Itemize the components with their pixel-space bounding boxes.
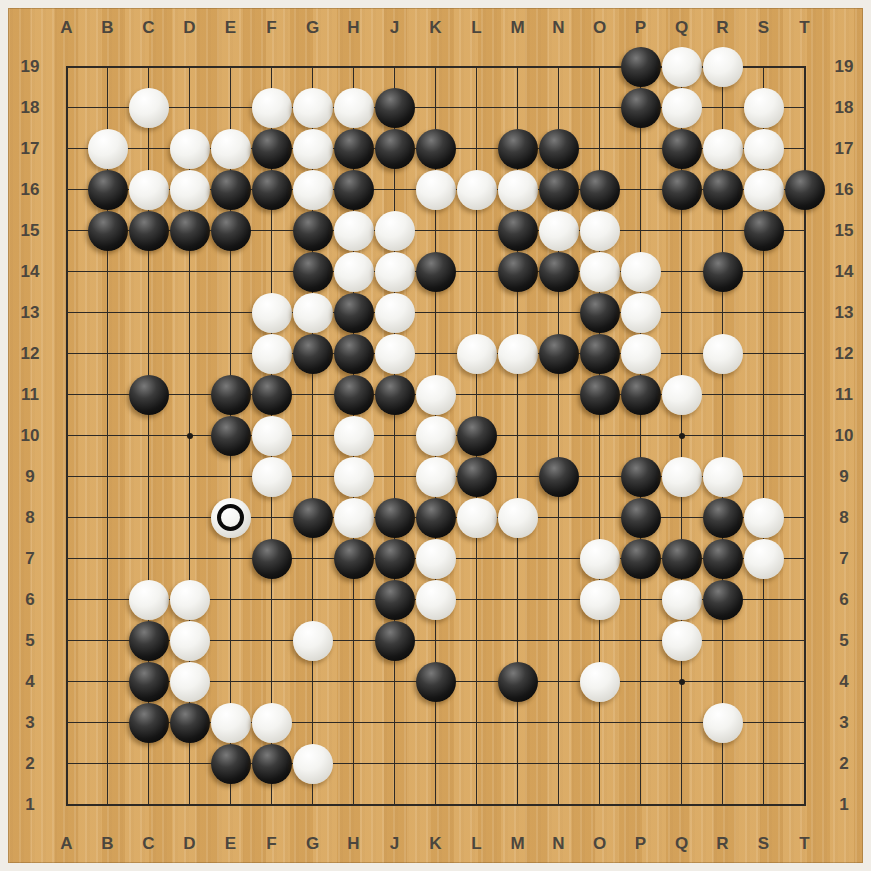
stone-black[interactable] <box>334 293 374 333</box>
stone-white[interactable] <box>293 744 333 784</box>
stone-black[interactable] <box>785 170 825 210</box>
stone-black[interactable] <box>375 621 415 661</box>
stone-white[interactable] <box>662 621 702 661</box>
stone-white[interactable] <box>580 252 620 292</box>
stone-white[interactable] <box>211 129 251 169</box>
stone-black[interactable] <box>334 334 374 374</box>
stone-white[interactable] <box>662 47 702 87</box>
stone-black[interactable] <box>88 211 128 251</box>
row-label-left: 16 <box>21 180 40 200</box>
stone-black[interactable] <box>293 211 333 251</box>
stone-black[interactable] <box>621 375 661 415</box>
stone-black[interactable] <box>252 170 292 210</box>
row-label-left: 3 <box>25 713 34 733</box>
column-label-bottom: K <box>429 834 441 854</box>
stone-black[interactable] <box>539 457 579 497</box>
column-label-top: C <box>142 18 154 38</box>
stone-white[interactable] <box>662 580 702 620</box>
stone-white[interactable] <box>662 457 702 497</box>
row-label-left: 17 <box>21 139 40 159</box>
stone-black[interactable] <box>539 129 579 169</box>
stone-white[interactable] <box>170 621 210 661</box>
stone-white[interactable] <box>375 334 415 374</box>
column-label-top: A <box>60 18 72 38</box>
row-label-right: 18 <box>835 98 854 118</box>
column-label-top: K <box>429 18 441 38</box>
row-label-left: 11 <box>21 385 39 405</box>
stone-white[interactable] <box>580 662 620 702</box>
row-label-right: 15 <box>835 221 854 241</box>
stone-black[interactable] <box>252 744 292 784</box>
stone-black[interactable] <box>703 252 743 292</box>
stone-white[interactable] <box>498 170 538 210</box>
column-label-bottom: Q <box>675 834 688 854</box>
stone-white[interactable] <box>498 334 538 374</box>
stone-black[interactable] <box>621 88 661 128</box>
row-label-left: 1 <box>25 795 34 815</box>
stone-white[interactable] <box>375 211 415 251</box>
stone-white[interactable] <box>580 580 620 620</box>
go-board-page: AABBCCDDEEFFGGHHJJKKLLMMNNOOPPQQRRSSTT19… <box>0 0 871 871</box>
stone-white[interactable] <box>293 88 333 128</box>
stone-white[interactable] <box>744 170 784 210</box>
last-move-marker <box>217 504 244 531</box>
stone-black[interactable] <box>416 662 456 702</box>
stone-black[interactable] <box>703 539 743 579</box>
stone-white[interactable] <box>703 129 743 169</box>
stone-white[interactable] <box>170 129 210 169</box>
star-point <box>679 679 685 685</box>
stone-black[interactable] <box>621 47 661 87</box>
column-label-top: E <box>225 18 236 38</box>
column-label-bottom: C <box>142 834 154 854</box>
stone-black[interactable] <box>129 621 169 661</box>
stone-black[interactable] <box>703 170 743 210</box>
stone-white[interactable] <box>293 170 333 210</box>
row-label-left: 12 <box>21 344 40 364</box>
column-label-bottom: J <box>390 834 399 854</box>
stone-black[interactable] <box>334 539 374 579</box>
stone-black[interactable] <box>211 170 251 210</box>
column-label-bottom: N <box>552 834 564 854</box>
stone-white[interactable] <box>457 334 497 374</box>
stone-black[interactable] <box>375 88 415 128</box>
stone-white[interactable] <box>334 498 374 538</box>
stone-white[interactable] <box>334 88 374 128</box>
stone-white[interactable] <box>621 252 661 292</box>
stone-white[interactable] <box>129 88 169 128</box>
row-label-right: 4 <box>839 672 848 692</box>
grid-line-vertical <box>640 66 641 806</box>
stone-black[interactable] <box>211 744 251 784</box>
stone-white[interactable] <box>416 416 456 456</box>
column-label-top: H <box>347 18 359 38</box>
stone-white[interactable] <box>334 457 374 497</box>
stone-white[interactable] <box>662 375 702 415</box>
stone-black[interactable] <box>211 375 251 415</box>
stone-white[interactable] <box>211 703 251 743</box>
column-label-bottom: A <box>60 834 72 854</box>
stone-white[interactable] <box>252 293 292 333</box>
stone-black[interactable] <box>129 662 169 702</box>
column-label-bottom: M <box>510 834 524 854</box>
row-label-right: 6 <box>839 590 848 610</box>
stone-black[interactable] <box>375 375 415 415</box>
stone-white[interactable] <box>334 211 374 251</box>
stone-black[interactable] <box>88 170 128 210</box>
stone-black[interactable] <box>252 539 292 579</box>
stone-black[interactable] <box>498 662 538 702</box>
stone-white[interactable] <box>375 293 415 333</box>
stone-white[interactable] <box>662 88 702 128</box>
stone-white[interactable] <box>170 580 210 620</box>
stone-white[interactable] <box>744 539 784 579</box>
stone-black[interactable] <box>580 170 620 210</box>
stone-black[interactable] <box>621 457 661 497</box>
stone-white[interactable] <box>252 88 292 128</box>
stone-black[interactable] <box>293 498 333 538</box>
stone-white[interactable] <box>170 170 210 210</box>
stone-black[interactable] <box>621 498 661 538</box>
stone-white[interactable] <box>252 416 292 456</box>
star-point <box>679 433 685 439</box>
row-label-right: 14 <box>835 262 854 282</box>
stone-black[interactable] <box>129 703 169 743</box>
column-label-top: Q <box>675 18 688 38</box>
star-point <box>187 433 193 439</box>
stone-black[interactable] <box>662 170 702 210</box>
column-label-bottom: B <box>101 834 113 854</box>
stone-black[interactable] <box>375 498 415 538</box>
stone-black[interactable] <box>334 170 374 210</box>
stone-black[interactable] <box>334 375 374 415</box>
column-label-top: N <box>552 18 564 38</box>
stone-black[interactable] <box>539 334 579 374</box>
row-label-left: 4 <box>25 672 34 692</box>
column-label-bottom: E <box>225 834 236 854</box>
stone-black[interactable] <box>293 252 333 292</box>
row-label-right: 5 <box>839 631 848 651</box>
stone-black[interactable] <box>129 211 169 251</box>
stone-white[interactable] <box>580 211 620 251</box>
stone-white[interactable] <box>703 703 743 743</box>
stone-black[interactable] <box>580 334 620 374</box>
column-label-top: G <box>306 18 319 38</box>
stone-white[interactable] <box>416 170 456 210</box>
column-label-top: M <box>510 18 524 38</box>
column-label-top: B <box>101 18 113 38</box>
row-label-right: 17 <box>835 139 854 159</box>
row-label-left: 13 <box>21 303 40 323</box>
row-label-right: 9 <box>839 467 848 487</box>
stone-white[interactable] <box>334 252 374 292</box>
stone-white[interactable] <box>375 252 415 292</box>
stone-white[interactable] <box>744 88 784 128</box>
stone-white[interactable] <box>416 539 456 579</box>
stone-white[interactable] <box>703 334 743 374</box>
stone-black[interactable] <box>170 211 210 251</box>
stone-black[interactable] <box>416 252 456 292</box>
column-label-bottom: G <box>306 834 319 854</box>
row-label-right: 19 <box>835 57 854 77</box>
row-label-right: 11 <box>835 385 853 405</box>
row-label-right: 7 <box>839 549 848 569</box>
stone-black[interactable] <box>457 457 497 497</box>
column-label-top: J <box>390 18 399 38</box>
stone-black[interactable] <box>252 129 292 169</box>
stone-black[interactable] <box>498 252 538 292</box>
stone-black[interactable] <box>703 498 743 538</box>
stone-white[interactable] <box>211 498 251 538</box>
stone-black[interactable] <box>129 375 169 415</box>
stone-black[interactable] <box>744 211 784 251</box>
stone-white[interactable] <box>744 129 784 169</box>
row-label-right: 13 <box>835 303 854 323</box>
stone-black[interactable] <box>498 211 538 251</box>
column-label-bottom: D <box>183 834 195 854</box>
column-label-bottom: P <box>635 834 646 854</box>
stone-white[interactable] <box>170 662 210 702</box>
column-label-top: T <box>799 18 809 38</box>
stone-white[interactable] <box>416 375 456 415</box>
stone-white[interactable] <box>498 498 538 538</box>
column-label-top: O <box>593 18 606 38</box>
stone-black[interactable] <box>211 416 251 456</box>
stone-white[interactable] <box>252 703 292 743</box>
stone-white[interactable] <box>416 457 456 497</box>
stone-white[interactable] <box>129 580 169 620</box>
stone-black[interactable] <box>580 375 620 415</box>
stone-white[interactable] <box>293 293 333 333</box>
row-label-left: 19 <box>21 57 40 77</box>
stone-white[interactable] <box>621 334 661 374</box>
column-label-bottom: O <box>593 834 606 854</box>
row-label-left: 2 <box>25 754 34 774</box>
stone-black[interactable] <box>457 416 497 456</box>
stone-white[interactable] <box>457 170 497 210</box>
row-label-left: 8 <box>25 508 34 528</box>
stone-white[interactable] <box>88 129 128 169</box>
stone-black[interactable] <box>621 539 661 579</box>
column-label-top: F <box>266 18 276 38</box>
stone-black[interactable] <box>211 211 251 251</box>
row-label-left: 7 <box>25 549 34 569</box>
stone-black[interactable] <box>293 334 333 374</box>
stone-white[interactable] <box>539 211 579 251</box>
row-label-left: 14 <box>21 262 40 282</box>
stone-white[interactable] <box>293 621 333 661</box>
column-label-bottom: S <box>758 834 769 854</box>
row-label-left: 9 <box>25 467 34 487</box>
row-label-right: 3 <box>839 713 848 733</box>
stone-black[interactable] <box>170 703 210 743</box>
column-label-bottom: R <box>716 834 728 854</box>
stone-white[interactable] <box>703 47 743 87</box>
stone-white[interactable] <box>703 457 743 497</box>
stone-black[interactable] <box>539 252 579 292</box>
stone-black[interactable] <box>334 129 374 169</box>
stone-white[interactable] <box>580 539 620 579</box>
grid-line-horizontal <box>66 763 806 764</box>
row-label-right: 1 <box>839 795 848 815</box>
stone-black[interactable] <box>375 580 415 620</box>
stone-black[interactable] <box>252 375 292 415</box>
row-label-right: 10 <box>835 426 854 446</box>
stone-white[interactable] <box>293 129 333 169</box>
stone-black[interactable] <box>662 539 702 579</box>
row-label-left: 6 <box>25 590 34 610</box>
stone-white[interactable] <box>744 498 784 538</box>
column-label-bottom: F <box>266 834 276 854</box>
stone-white[interactable] <box>252 334 292 374</box>
row-label-right: 16 <box>835 180 854 200</box>
stone-black[interactable] <box>416 498 456 538</box>
stone-black[interactable] <box>498 129 538 169</box>
row-label-left: 18 <box>21 98 40 118</box>
row-label-left: 10 <box>21 426 40 446</box>
column-label-bottom: L <box>471 834 481 854</box>
stone-black[interactable] <box>539 170 579 210</box>
row-label-right: 8 <box>839 508 848 528</box>
stone-black[interactable] <box>703 580 743 620</box>
column-label-top: D <box>183 18 195 38</box>
row-label-left: 5 <box>25 631 34 651</box>
stone-black[interactable] <box>662 129 702 169</box>
stone-white[interactable] <box>252 457 292 497</box>
stone-black[interactable] <box>416 129 456 169</box>
column-label-bottom: H <box>347 834 359 854</box>
stone-black[interactable] <box>580 293 620 333</box>
column-label-top: R <box>716 18 728 38</box>
column-label-top: P <box>635 18 646 38</box>
row-label-right: 12 <box>835 344 854 364</box>
row-label-right: 2 <box>839 754 848 774</box>
row-label-left: 15 <box>21 221 40 241</box>
stone-white[interactable] <box>457 498 497 538</box>
grid-line-horizontal <box>66 804 806 806</box>
stone-white[interactable] <box>416 580 456 620</box>
stone-white[interactable] <box>621 293 661 333</box>
stone-white[interactable] <box>129 170 169 210</box>
stone-white[interactable] <box>334 416 374 456</box>
stone-black[interactable] <box>375 129 415 169</box>
column-label-top: L <box>471 18 481 38</box>
column-label-top: S <box>758 18 769 38</box>
column-label-bottom: T <box>799 834 809 854</box>
stone-black[interactable] <box>375 539 415 579</box>
